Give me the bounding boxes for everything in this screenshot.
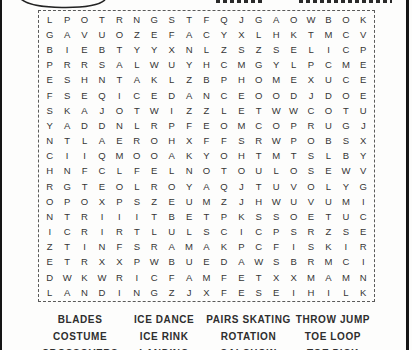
grid-cell-r16c19: R: [355, 239, 372, 254]
grid-cell-r19c11: F: [215, 285, 232, 300]
grid-cell-r2c7: E: [146, 27, 163, 42]
grid-cell-r14c1: N: [41, 209, 58, 224]
grid-cell-r6c5: I: [111, 88, 128, 103]
grid-cell-r5c8: L: [163, 73, 180, 88]
grid-cell-r19c19: K: [355, 285, 372, 300]
grid-cell-r13c13: H: [250, 194, 267, 209]
grid-cell-r18c10: M: [198, 270, 215, 285]
grid-cell-r4c18: M: [337, 57, 354, 72]
grid-cell-r8c1: Y: [41, 118, 58, 133]
grid-cell-r12c15: V: [285, 179, 302, 194]
word-list-item: CROSSOVERS: [38, 345, 122, 350]
grid-cell-r17c7: W: [146, 255, 163, 270]
grid-cell-r15c8: U: [163, 224, 180, 239]
grid-cell-r19c8: Z: [163, 285, 180, 300]
grid-cell-r12c7: R: [146, 179, 163, 194]
grid-cell-r16c2: T: [58, 239, 75, 254]
grid-cell-r13c7: Z: [146, 194, 163, 209]
word-list-item: TOE LOOP: [291, 328, 375, 345]
grid-cell-r14c12: K: [233, 209, 250, 224]
grid-cell-r12c13: T: [250, 179, 267, 194]
grid-cell-r16c7: R: [146, 239, 163, 254]
grid-cell-r9c12: S: [233, 133, 250, 148]
grid-cell-r17c5: X: [111, 255, 128, 270]
grid-cell-r6c4: Q: [93, 88, 110, 103]
grid-cell-r19c2: A: [58, 285, 75, 300]
grid-cell-r4c16: P: [302, 57, 319, 72]
grid-cell-r12c8: O: [163, 179, 180, 194]
grid-cell-r8c12: M: [233, 118, 250, 133]
grid-cell-r9c3: L: [76, 133, 93, 148]
grid-cell-r12c2: G: [58, 179, 75, 194]
grid-cell-r4c17: C: [320, 57, 337, 72]
grid-cell-r13c18: M: [337, 194, 354, 209]
word-list-item: COSTUME: [38, 328, 122, 345]
grid-cell-r7c8: I: [163, 103, 180, 118]
grid-cell-r13c2: P: [58, 194, 75, 209]
grid-cell-r8c10: E: [198, 118, 215, 133]
grid-cell-r16c5: F: [111, 239, 128, 254]
grid-cell-r16c17: K: [320, 239, 337, 254]
grid-cell-r13c15: U: [285, 194, 302, 209]
grid-cell-r6c3: E: [76, 88, 93, 103]
grid-cell-r8c6: L: [128, 118, 145, 133]
grid-cell-r16c6: S: [128, 239, 145, 254]
grid-cell-r10c10: Y: [198, 148, 215, 163]
grid-cell-r9c2: T: [58, 133, 75, 148]
grid-cell-r7c19: U: [355, 103, 372, 118]
grid-cell-r2c17: M: [320, 27, 337, 42]
grid-cell-r10c6: O: [128, 148, 145, 163]
grid-cell-r10c14: M: [267, 148, 284, 163]
grid-cell-r14c14: S: [267, 209, 284, 224]
grid-cell-r2c4: U: [93, 27, 110, 42]
grid-cell-r19c12: E: [233, 285, 250, 300]
grid-cell-r19c9: J: [180, 285, 197, 300]
page-edge-left: [0, 0, 2, 350]
grid-cell-r9c4: A: [93, 133, 110, 148]
grid-cell-r6c2: S: [58, 88, 75, 103]
grid-cell-r9c14: W: [267, 133, 284, 148]
grid-cell-r7c7: W: [146, 103, 163, 118]
grid-cell-r11c8: L: [163, 164, 180, 179]
grid-cell-r1c19: K: [355, 12, 372, 27]
grid-cell-r14c8: B: [163, 209, 180, 224]
grid-cell-r7c15: W: [285, 103, 302, 118]
grid-cell-r15c14: P: [267, 224, 284, 239]
grid-cell-r16c10: A: [198, 239, 215, 254]
grid-cell-r15c19: E: [355, 224, 372, 239]
grid-cell-r14c2: T: [58, 209, 75, 224]
grid-cell-r6c15: D: [285, 88, 302, 103]
grid-cell-r12c14: U: [267, 179, 284, 194]
grid-cell-r3c17: I: [320, 42, 337, 57]
grid-cell-r4c11: C: [215, 57, 232, 72]
grid-cell-r15c1: I: [41, 224, 58, 239]
grid-cell-r8c15: P: [285, 118, 302, 133]
grid-cell-r11c13: U: [250, 164, 267, 179]
grid-cell-r8c2: A: [58, 118, 75, 133]
grid-cell-r6c6: C: [128, 88, 145, 103]
grid-cell-r6c1: F: [41, 88, 58, 103]
grid-cell-r11c5: L: [111, 164, 128, 179]
grid-cell-r6c14: O: [267, 88, 284, 103]
grid-cell-r7c11: L: [215, 103, 232, 118]
grid-cell-r9c8: H: [163, 133, 180, 148]
grid-cell-r11c3: F: [76, 164, 93, 179]
grid-cell-r17c16: R: [302, 255, 319, 270]
grid-cell-r3c4: B: [93, 42, 110, 57]
grid-cell-r12c10: A: [198, 179, 215, 194]
grid-cell-r14c10: T: [198, 209, 215, 224]
grid-cell-r6c16: J: [302, 88, 319, 103]
grid-cell-r4c3: R: [76, 57, 93, 72]
grid-cell-r2c13: L: [250, 27, 267, 42]
grid-cell-r2c2: A: [58, 27, 75, 42]
grid-cell-r9c15: P: [285, 133, 302, 148]
grid-cell-r16c4: N: [93, 239, 110, 254]
grid-cell-r10c19: Y: [355, 148, 372, 163]
grid-cell-r13c9: U: [180, 194, 197, 209]
grid-cell-r8c8: P: [163, 118, 180, 133]
grid-cell-r15c13: C: [250, 224, 267, 239]
grid-cell-r5c13: O: [250, 73, 267, 88]
grid-cell-r15c9: L: [180, 224, 197, 239]
grid-cell-r19c10: X: [198, 285, 215, 300]
grid-cell-r19c1: L: [41, 285, 58, 300]
grid-cell-r2c14: H: [267, 27, 284, 42]
grid-cell-r17c3: R: [76, 255, 93, 270]
grid-cell-r19c5: I: [111, 285, 128, 300]
grid-cell-r14c3: R: [76, 209, 93, 224]
grid-cell-r4c12: M: [233, 57, 250, 72]
grid-cell-r16c18: I: [337, 239, 354, 254]
grid-cell-r1c11: Q: [215, 12, 232, 27]
grid-cell-r2c16: T: [302, 27, 319, 42]
grid-cell-r14c15: O: [285, 209, 302, 224]
grid-cell-r12c5: O: [111, 179, 128, 194]
grid-cell-r2c10: C: [198, 27, 215, 42]
grid-cell-r6c13: O: [250, 88, 267, 103]
grid-cell-r1c4: T: [93, 12, 110, 27]
grid-cell-r7c10: Z: [198, 103, 215, 118]
grid-cell-r5c4: N: [93, 73, 110, 88]
grid-cell-r5c6: A: [128, 73, 145, 88]
grid-cell-r7c14: W: [267, 103, 284, 118]
grid-cell-r10c5: M: [111, 148, 128, 163]
grid-cell-r17c17: M: [320, 255, 337, 270]
grid-cell-r14c19: C: [355, 209, 372, 224]
grid-cell-r12c17: L: [320, 179, 337, 194]
grid-cell-r11c14: L: [267, 164, 284, 179]
grid-cell-r2c8: F: [163, 27, 180, 42]
grid-cell-r9c1: N: [41, 133, 58, 148]
grid-cell-r13c14: W: [267, 194, 284, 209]
grid-cell-r14c4: I: [93, 209, 110, 224]
grid-cell-r18c6: I: [128, 270, 145, 285]
grid-cell-r17c12: A: [233, 255, 250, 270]
grid-cell-r12c18: Y: [337, 179, 354, 194]
grid-cell-r2c6: Z: [128, 27, 145, 42]
grid-cell-r19c3: N: [76, 285, 93, 300]
grid-cell-r8c9: F: [180, 118, 197, 133]
grid-cell-r10c17: L: [320, 148, 337, 163]
grid-cell-r15c4: I: [93, 224, 110, 239]
grid-cell-r8c13: C: [250, 118, 267, 133]
word-list-item: PAIRS SKATING: [206, 311, 291, 328]
word-list-item: ROTATION: [206, 328, 291, 345]
grid-cell-r4c5: A: [111, 57, 128, 72]
grid-cell-r14c13: S: [250, 209, 267, 224]
grid-cell-r1c1: L: [41, 12, 58, 27]
grid-cell-r9c10: F: [198, 133, 215, 148]
grid-cell-r11c10: O: [198, 164, 215, 179]
grid-cell-r17c18: C: [337, 255, 354, 270]
word-list-item: BLADES: [38, 311, 122, 328]
grid-cell-r12c3: T: [76, 179, 93, 194]
grid-cell-r2c15: K: [285, 27, 302, 42]
grid-cell-r14c17: T: [320, 209, 337, 224]
grid-cell-r2c19: V: [355, 27, 372, 42]
grid-cell-r2c3: V: [76, 27, 93, 42]
grid-cell-r8c19: J: [355, 118, 372, 133]
grid-cell-r4c10: H: [198, 57, 215, 72]
grid-cell-r18c8: F: [163, 270, 180, 285]
grid-cell-r16c13: C: [250, 239, 267, 254]
grid-cell-r7c16: C: [302, 103, 319, 118]
grid-cell-r3c13: Z: [250, 42, 267, 57]
grid-cell-r14c11: P: [215, 209, 232, 224]
grid-cell-r16c9: M: [180, 239, 197, 254]
grid-cell-r18c11: F: [215, 270, 232, 285]
grid-cell-r15c3: R: [76, 224, 93, 239]
grid-cell-r6c9: A: [180, 88, 197, 103]
grid-cell-r9c17: B: [320, 133, 337, 148]
grid-cell-r3c9: N: [180, 42, 197, 57]
grid-cell-r1c6: N: [128, 12, 145, 27]
grid-cell-r4c9: Y: [180, 57, 197, 72]
grid-cell-r15c10: S: [198, 224, 215, 239]
grid-cell-r14c16: E: [302, 209, 319, 224]
grid-cell-r9c18: S: [337, 133, 354, 148]
grid-cell-r5c17: U: [320, 73, 337, 88]
grid-cell-r18c9: A: [180, 270, 197, 285]
grid-cell-r13c3: O: [76, 194, 93, 209]
grid-cell-r11c19: V: [355, 164, 372, 179]
grid-cell-r18c7: C: [146, 270, 163, 285]
grid-cell-r3c5: T: [111, 42, 128, 57]
word-list-item: LANDING: [122, 345, 206, 350]
grid-cell-r3c3: E: [76, 42, 93, 57]
grid-cell-r17c1: E: [41, 255, 58, 270]
grid-cell-r15c17: Z: [320, 224, 337, 239]
word-list-item: ICE RINK: [122, 328, 206, 345]
grid-cell-r1c10: F: [198, 12, 215, 27]
grid-cell-r9c7: O: [146, 133, 163, 148]
grid-cell-r1c12: J: [233, 12, 250, 27]
grid-cell-r2c12: X: [233, 27, 250, 42]
grid-cell-r2c18: C: [337, 27, 354, 42]
grid-cell-r12c16: O: [302, 179, 319, 194]
grid-cell-r13c1: O: [41, 194, 58, 209]
grid-cell-r17c4: X: [93, 255, 110, 270]
grid-cell-r8c5: N: [111, 118, 128, 133]
grid-cell-r12c6: L: [128, 179, 145, 194]
grid-cell-r1c3: O: [76, 12, 93, 27]
grid-cell-r8c18: G: [337, 118, 354, 133]
grid-cell-r3c11: Z: [215, 42, 232, 57]
grid-cell-r17c13: W: [250, 255, 267, 270]
grid-cell-r15c5: R: [111, 224, 128, 239]
grid-cell-r18c4: W: [93, 270, 110, 285]
grid-cell-r10c7: O: [146, 148, 163, 163]
grid-cell-r7c9: Z: [180, 103, 197, 118]
grid-cell-r4c4: S: [93, 57, 110, 72]
grid-cell-r2c9: A: [180, 27, 197, 42]
grid-cell-r17c8: B: [163, 255, 180, 270]
grid-cell-r10c11: O: [215, 148, 232, 163]
grid-cell-r18c16: M: [302, 270, 319, 285]
grid-cell-r9c5: E: [111, 133, 128, 148]
worksheet-page: { "game": "word-search", "grid": { "rows…: [0, 0, 412, 350]
grid-cell-r18c2: W: [58, 270, 75, 285]
grid-cell-r10c18: B: [337, 148, 354, 163]
grid-cell-r15c2: C: [58, 224, 75, 239]
grid-cell-r4c15: L: [285, 57, 302, 72]
grid-cell-r15c12: I: [233, 224, 250, 239]
grid-cell-r5c12: H: [233, 73, 250, 88]
grid-cell-r9c19: X: [355, 133, 372, 148]
grid-cell-r6c7: E: [146, 88, 163, 103]
grid-cell-r6c18: O: [337, 88, 354, 103]
grid-cell-r8c4: D: [93, 118, 110, 133]
grid-cell-r3c19: P: [355, 42, 372, 57]
grid-cell-r1c9: T: [180, 12, 197, 27]
grid-cell-r12c12: J: [233, 179, 250, 194]
grid-cell-r1c18: O: [337, 12, 354, 27]
grid-cell-r11c4: C: [93, 164, 110, 179]
grid-cell-r16c11: K: [215, 239, 232, 254]
grid-cell-r8c7: R: [146, 118, 163, 133]
grid-cell-r19c17: I: [320, 285, 337, 300]
cropped-title-curve: [18, 0, 108, 10]
grid-cell-r9c9: X: [180, 133, 197, 148]
grid-cell-r3c16: L: [302, 42, 319, 57]
grid-cell-r5c11: P: [215, 73, 232, 88]
grid-cell-r10c3: I: [76, 148, 93, 163]
grid-cell-r18c12: E: [233, 270, 250, 285]
grid-cell-r15c6: T: [128, 224, 145, 239]
grid-cell-r16c14: F: [267, 239, 284, 254]
grid-cell-r12c19: G: [355, 179, 372, 194]
grid-cell-r16c12: P: [233, 239, 250, 254]
grid-cell-r4c14: Y: [267, 57, 284, 72]
grid-cell-r10c2: I: [58, 148, 75, 163]
grid-cell-r16c1: Z: [41, 239, 58, 254]
grid-cell-r17c14: S: [267, 255, 284, 270]
grid-cell-r7c17: O: [320, 103, 337, 118]
grid-cell-r11c1: H: [41, 164, 58, 179]
grid-cell-r11c2: N: [58, 164, 75, 179]
grid-cell-r19c18: L: [337, 285, 354, 300]
grid-cell-r19c6: N: [128, 285, 145, 300]
word-list: BLADESICE DANCEPAIRS SKATINGTHROW JUMPCO…: [38, 311, 375, 350]
grid-cell-r14c9: E: [180, 209, 197, 224]
grid-cell-r19c15: I: [285, 285, 302, 300]
grid-cell-r8c11: O: [215, 118, 232, 133]
grid-cell-r17c10: E: [198, 255, 215, 270]
grid-cell-r4c7: W: [146, 57, 163, 72]
grid-cell-r12c9: Y: [180, 179, 197, 194]
grid-cell-r7c2: K: [58, 103, 75, 118]
grid-cell-r17c19: I: [355, 255, 372, 270]
grid-cell-r18c5: R: [111, 270, 128, 285]
grid-cell-r9c11: F: [215, 133, 232, 148]
grid-cell-r18c19: N: [355, 270, 372, 285]
grid-cell-r8c16: R: [302, 118, 319, 133]
grid-cell-r5c7: K: [146, 73, 163, 88]
grid-cell-r5c16: X: [302, 73, 319, 88]
grid-cell-r16c8: A: [163, 239, 180, 254]
grid-cell-r15c7: L: [146, 224, 163, 239]
grid-cell-r17c6: P: [128, 255, 145, 270]
grid-cell-r14c18: U: [337, 209, 354, 224]
grid-cell-r7c6: T: [128, 103, 145, 118]
word-list-item: ICE DANCE: [122, 311, 206, 328]
grid-cell-r10c15: T: [285, 148, 302, 163]
grid-cell-r17c9: U: [180, 255, 197, 270]
grid-cell-r18c1: D: [41, 270, 58, 285]
grid-cell-r5c9: Z: [180, 73, 197, 88]
grid-cell-r13c8: E: [163, 194, 180, 209]
cropped-text-remnant: [216, 0, 264, 3]
grid-cell-r7c18: T: [337, 103, 354, 118]
grid-cell-r7c1: S: [41, 103, 58, 118]
grid-cell-r13c17: U: [320, 194, 337, 209]
grid-cell-r14c5: I: [111, 209, 128, 224]
grid-cell-r16c15: I: [285, 239, 302, 254]
grid-cell-r18c3: K: [76, 270, 93, 285]
grid-cell-r3c14: S: [267, 42, 284, 57]
grid-cell-r19c7: G: [146, 285, 163, 300]
grid-cell-r3c18: C: [337, 42, 354, 57]
grid-cell-r7c4: J: [93, 103, 110, 118]
grid-cell-r4c19: E: [355, 57, 372, 72]
grid-cell-r5c15: E: [285, 73, 302, 88]
grid-cell-r1c13: G: [250, 12, 267, 27]
grid-cell-r15c11: C: [215, 224, 232, 239]
grid-cell-r4c13: G: [250, 57, 267, 72]
word-list-item: TOE PICK: [291, 345, 375, 350]
grid-cell-r18c14: X: [267, 270, 284, 285]
letter-grid: LPOTRNGSTFQJGAOWBOKGAVUOZEFACYXLHKTMCVBI…: [41, 12, 372, 300]
grid-cell-r11c12: O: [233, 164, 250, 179]
grid-cell-r10c1: C: [41, 148, 58, 163]
grid-cell-r18c15: X: [285, 270, 302, 285]
grid-cell-r15c18: S: [337, 224, 354, 239]
grid-cell-r3c12: S: [233, 42, 250, 57]
grid-cell-r5c5: T: [111, 73, 128, 88]
grid-cell-r10c16: S: [302, 148, 319, 163]
grid-cell-r9c13: R: [250, 133, 267, 148]
grid-cell-r4c8: U: [163, 57, 180, 72]
grid-cell-r12c11: Q: [215, 179, 232, 194]
grid-cell-r7c3: A: [76, 103, 93, 118]
grid-cell-r1c16: W: [302, 12, 319, 27]
grid-cell-r10c12: H: [233, 148, 250, 163]
grid-cell-r4c6: L: [128, 57, 145, 72]
grid-cell-r13c11: Z: [215, 194, 232, 209]
